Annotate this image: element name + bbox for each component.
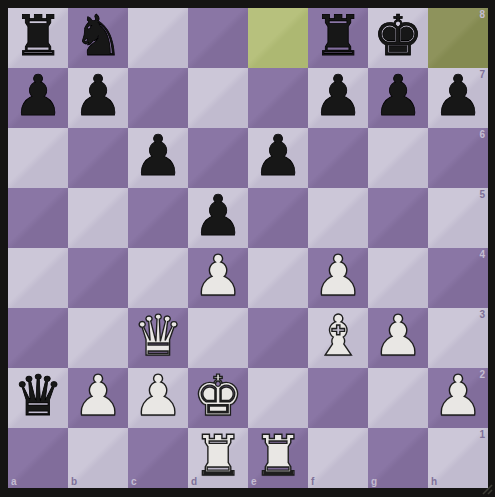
square-d1[interactable]: ♜d [188,428,248,488]
square-a5[interactable] [8,188,68,248]
white-pawn-h2[interactable]: ♟ [433,368,483,424]
square-f6[interactable] [308,128,368,188]
file-label-d: d [191,477,197,487]
white-pawn-c2[interactable]: ♟ [133,368,183,424]
black-knight-b8[interactable]: ♞ [73,8,123,64]
square-e4[interactable] [248,248,308,308]
square-d7[interactable] [188,68,248,128]
black-rook-f8[interactable]: ♜ [313,8,363,64]
black-rook-a8[interactable]: ♜ [13,8,63,64]
square-f7[interactable]: ♟ [308,68,368,128]
square-f5[interactable] [308,188,368,248]
square-d6[interactable] [188,128,248,188]
file-label-f: f [311,477,314,487]
square-g3[interactable]: ♟ [368,308,428,368]
rank-label-3: 3 [479,310,485,320]
rank-label-4: 4 [479,250,485,260]
square-h7[interactable]: ♟7 [428,68,488,128]
square-d3[interactable] [188,308,248,368]
rank-label-8: 8 [479,10,485,20]
square-f3[interactable]: ♝ [308,308,368,368]
rank-label-7: 7 [479,70,485,80]
white-rook-e1[interactable]: ♜ [253,428,303,484]
square-a1[interactable]: a [8,428,68,488]
rank-label-2: 2 [479,370,485,380]
square-f1[interactable]: f [308,428,368,488]
square-d8[interactable] [188,8,248,68]
square-f8[interactable]: ♜ [308,8,368,68]
chess-board[interactable]: ♜♞♜♚8♟♟♟♟♟7♟♟6♟5♟♟4♛♝♟3♛♟♟♚♟2abc♜d♜efg1h [8,8,488,488]
square-b7[interactable]: ♟ [68,68,128,128]
square-c2[interactable]: ♟ [128,368,188,428]
square-e1[interactable]: ♜e [248,428,308,488]
square-h8[interactable]: 8 [428,8,488,68]
white-pawn-f4[interactable]: ♟ [313,248,363,304]
black-king-g8[interactable]: ♚ [373,8,423,64]
white-pawn-b2[interactable]: ♟ [73,368,123,424]
square-h5[interactable]: 5 [428,188,488,248]
square-c4[interactable] [128,248,188,308]
white-pawn-g3[interactable]: ♟ [373,308,423,364]
square-h3[interactable]: 3 [428,308,488,368]
square-b1[interactable]: b [68,428,128,488]
black-pawn-e6[interactable]: ♟ [253,128,303,184]
file-label-c: c [131,477,137,487]
square-e2[interactable] [248,368,308,428]
square-c5[interactable] [128,188,188,248]
square-g5[interactable] [368,188,428,248]
square-d5[interactable]: ♟ [188,188,248,248]
square-e8[interactable] [248,8,308,68]
black-pawn-g7[interactable]: ♟ [373,68,423,124]
square-h6[interactable]: 6 [428,128,488,188]
file-label-a: a [11,477,17,487]
square-e7[interactable] [248,68,308,128]
square-a8[interactable]: ♜ [8,8,68,68]
square-g6[interactable] [368,128,428,188]
white-rook-d1[interactable]: ♜ [193,428,243,484]
square-g8[interactable]: ♚ [368,8,428,68]
board-resize-handle[interactable] [480,482,494,496]
square-f2[interactable] [308,368,368,428]
file-label-g: g [371,477,377,487]
black-pawn-b7[interactable]: ♟ [73,68,123,124]
square-h4[interactable]: 4 [428,248,488,308]
rank-label-6: 6 [479,130,485,140]
square-d2[interactable]: ♚ [188,368,248,428]
square-b4[interactable] [68,248,128,308]
square-a3[interactable] [8,308,68,368]
rank-label-1: 1 [479,430,485,440]
square-g7[interactable]: ♟ [368,68,428,128]
white-queen-c3[interactable]: ♛ [133,308,183,364]
square-g4[interactable] [368,248,428,308]
file-label-h: h [431,477,437,487]
square-a2[interactable]: ♛ [8,368,68,428]
square-f4[interactable]: ♟ [308,248,368,308]
black-pawn-a7[interactable]: ♟ [13,68,63,124]
black-queen-a2[interactable]: ♛ [13,368,63,424]
square-c8[interactable] [128,8,188,68]
black-pawn-f7[interactable]: ♟ [313,68,363,124]
square-g1[interactable]: g [368,428,428,488]
square-b6[interactable] [68,128,128,188]
white-pawn-d4[interactable]: ♟ [193,248,243,304]
black-pawn-d5[interactable]: ♟ [193,188,243,244]
square-g2[interactable] [368,368,428,428]
square-c7[interactable] [128,68,188,128]
black-pawn-h7[interactable]: ♟ [433,68,483,124]
square-e5[interactable] [248,188,308,248]
square-d4[interactable]: ♟ [188,248,248,308]
square-c3[interactable]: ♛ [128,308,188,368]
square-b3[interactable] [68,308,128,368]
square-a4[interactable] [8,248,68,308]
file-label-e: e [251,477,257,487]
square-b5[interactable] [68,188,128,248]
square-e3[interactable] [248,308,308,368]
file-label-b: b [71,477,77,487]
square-a7[interactable]: ♟ [8,68,68,128]
black-pawn-c6[interactable]: ♟ [133,128,183,184]
white-king-d2[interactable]: ♚ [193,368,243,424]
square-c1[interactable]: c [128,428,188,488]
square-c6[interactable]: ♟ [128,128,188,188]
square-b8[interactable]: ♞ [68,8,128,68]
square-b2[interactable]: ♟ [68,368,128,428]
rank-label-5: 5 [479,190,485,200]
white-bishop-f3[interactable]: ♝ [313,308,363,364]
square-h2[interactable]: ♟2 [428,368,488,428]
square-h1[interactable]: 1h [428,428,488,488]
square-e6[interactable]: ♟ [248,128,308,188]
page-background: ♜♞♜♚8♟♟♟♟♟7♟♟6♟5♟♟4♛♝♟3♛♟♟♚♟2abc♜d♜efg1h [0,0,495,497]
square-a6[interactable] [8,128,68,188]
